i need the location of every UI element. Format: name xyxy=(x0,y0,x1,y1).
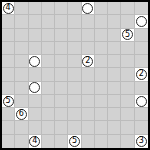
cell-r9c6[interactable] xyxy=(82,121,95,134)
cell-r8c10[interactable] xyxy=(135,108,148,121)
cell-r7c0[interactable]: 5 xyxy=(2,95,15,108)
cell-r5c4[interactable] xyxy=(55,68,68,81)
puzzle-screenshot: 452256453 xyxy=(0,0,150,150)
cell-r2c10[interactable] xyxy=(135,29,148,42)
cell-r1c4[interactable] xyxy=(55,15,68,28)
cell-r2c6[interactable] xyxy=(82,29,95,42)
clue-circle-empty xyxy=(29,56,40,67)
cell-r5c0[interactable] xyxy=(2,68,15,81)
cell-r9c7[interactable] xyxy=(95,121,108,134)
cell-r8c5[interactable] xyxy=(68,108,81,121)
cell-r1c1[interactable] xyxy=(15,15,28,28)
cell-r10c9[interactable] xyxy=(121,135,134,148)
clue-circle-number: 4 xyxy=(29,136,40,147)
cell-r0c10[interactable] xyxy=(135,2,148,15)
cell-r3c8[interactable] xyxy=(108,42,121,55)
cell-r6c1[interactable] xyxy=(15,82,28,95)
cell-r2c1[interactable] xyxy=(15,29,28,42)
cell-r2c3[interactable] xyxy=(42,29,55,42)
cell-r8c2[interactable] xyxy=(29,108,42,121)
cell-r10c10[interactable]: 3 xyxy=(135,135,148,148)
cell-r4c4[interactable] xyxy=(55,55,68,68)
cell-r6c0[interactable] xyxy=(2,82,15,95)
clue-circle-number: 5 xyxy=(122,29,133,40)
cell-r1c5[interactable] xyxy=(68,15,81,28)
cell-r0c4[interactable] xyxy=(55,2,68,15)
cell-r5c1[interactable] xyxy=(15,68,28,81)
cell-r8c0[interactable] xyxy=(2,108,15,121)
cell-r4c8[interactable] xyxy=(108,55,121,68)
cell-r7c1[interactable] xyxy=(15,95,28,108)
cell-r1c8[interactable] xyxy=(108,15,121,28)
cell-r10c8[interactable] xyxy=(108,135,121,148)
clue-circle-number: 3 xyxy=(136,136,147,147)
cell-r2c8[interactable] xyxy=(108,29,121,42)
cell-r0c7[interactable] xyxy=(95,2,108,15)
cell-r3c3[interactable] xyxy=(42,42,55,55)
cell-r9c9[interactable] xyxy=(121,121,134,134)
clue-circle-number: 5 xyxy=(3,96,14,107)
cell-r9c2[interactable] xyxy=(29,121,42,134)
cell-r4c10[interactable] xyxy=(135,55,148,68)
cell-r0c5[interactable] xyxy=(68,2,81,15)
cell-r8c9[interactable] xyxy=(121,108,134,121)
clue-circle-empty xyxy=(29,82,40,93)
cell-r10c6[interactable] xyxy=(82,135,95,148)
cell-r3c10[interactable] xyxy=(135,42,148,55)
cell-r3c2[interactable] xyxy=(29,42,42,55)
cell-r9c8[interactable] xyxy=(108,121,121,134)
cell-r2c7[interactable] xyxy=(95,29,108,42)
cell-r8c8[interactable] xyxy=(108,108,121,121)
cell-r0c9[interactable] xyxy=(121,2,134,15)
cell-r6c10[interactable] xyxy=(135,82,148,95)
cell-r1c0[interactable] xyxy=(2,15,15,28)
clue-circle-number: 6 xyxy=(16,109,27,120)
cell-r3c4[interactable] xyxy=(55,42,68,55)
cell-r6c7[interactable] xyxy=(95,82,108,95)
cell-r3c0[interactable] xyxy=(2,42,15,55)
cell-r5c5[interactable] xyxy=(68,68,81,81)
cell-r7c7[interactable] xyxy=(95,95,108,108)
cell-r2c9[interactable]: 5 xyxy=(121,29,134,42)
cell-r6c9[interactable] xyxy=(121,82,134,95)
cell-r0c6[interactable] xyxy=(82,2,95,15)
clue-circle-number: 2 xyxy=(136,69,147,80)
cell-r3c1[interactable] xyxy=(15,42,28,55)
cell-r1c3[interactable] xyxy=(42,15,55,28)
cell-r1c6[interactable] xyxy=(82,15,95,28)
cell-r0c8[interactable] xyxy=(108,2,121,15)
cell-r5c3[interactable] xyxy=(42,68,55,81)
cell-r5c7[interactable] xyxy=(95,68,108,81)
cell-r10c2[interactable]: 4 xyxy=(29,135,42,148)
cell-r10c0[interactable] xyxy=(2,135,15,148)
cell-r1c7[interactable] xyxy=(95,15,108,28)
cell-r9c10[interactable] xyxy=(135,121,148,134)
cell-r4c0[interactable] xyxy=(2,55,15,68)
cell-r2c4[interactable] xyxy=(55,29,68,42)
cell-r6c5[interactable] xyxy=(68,82,81,95)
cell-r10c4[interactable] xyxy=(55,135,68,148)
cell-r9c5[interactable] xyxy=(68,121,81,134)
cell-r5c6[interactable] xyxy=(82,68,95,81)
cell-r10c7[interactable] xyxy=(95,135,108,148)
clue-circle-empty xyxy=(136,96,147,107)
cell-r4c3[interactable] xyxy=(42,55,55,68)
cell-r1c9[interactable] xyxy=(121,15,134,28)
cell-r5c9[interactable] xyxy=(121,68,134,81)
cell-r9c4[interactable] xyxy=(55,121,68,134)
cell-r4c1[interactable] xyxy=(15,55,28,68)
cell-r7c9[interactable] xyxy=(121,95,134,108)
clue-circle-number: 5 xyxy=(69,136,80,147)
cell-r8c1[interactable]: 6 xyxy=(15,108,28,121)
cell-r4c5[interactable] xyxy=(68,55,81,68)
cell-r10c1[interactable] xyxy=(15,135,28,148)
cell-r8c7[interactable] xyxy=(95,108,108,121)
clue-circle-number: 2 xyxy=(82,56,93,67)
cell-r1c2[interactable] xyxy=(29,15,42,28)
clue-circle-empty xyxy=(82,3,93,14)
cell-r5c10[interactable]: 2 xyxy=(135,68,148,81)
cell-r5c2[interactable] xyxy=(29,68,42,81)
cell-r10c5[interactable]: 5 xyxy=(68,135,81,148)
cell-r8c3[interactable] xyxy=(42,108,55,121)
cell-r5c8[interactable] xyxy=(108,68,121,81)
cell-r7c6[interactable] xyxy=(82,95,95,108)
cell-r7c5[interactable] xyxy=(68,95,81,108)
cell-r9c1[interactable] xyxy=(15,121,28,134)
clue-circle-number: 4 xyxy=(3,3,14,14)
cell-r1c10[interactable] xyxy=(135,15,148,28)
clue-circle-empty xyxy=(136,16,147,27)
cell-r7c8[interactable] xyxy=(108,95,121,108)
cell-r3c9[interactable] xyxy=(121,42,134,55)
cell-r0c0[interactable]: 4 xyxy=(2,2,15,15)
cell-r0c3[interactable] xyxy=(42,2,55,15)
cell-r0c1[interactable] xyxy=(15,2,28,15)
cell-r4c2[interactable] xyxy=(29,55,42,68)
cell-r6c6[interactable] xyxy=(82,82,95,95)
cell-r3c5[interactable] xyxy=(68,42,81,55)
cell-r2c2[interactable] xyxy=(29,29,42,42)
cell-r4c6[interactable]: 2 xyxy=(82,55,95,68)
cell-r8c4[interactable] xyxy=(55,108,68,121)
cell-r6c2[interactable] xyxy=(29,82,42,95)
cell-r10c3[interactable] xyxy=(42,135,55,148)
cell-r9c0[interactable] xyxy=(2,121,15,134)
puzzle-board: 452256453 xyxy=(0,0,150,150)
cell-r7c4[interactable] xyxy=(55,95,68,108)
cell-r9c3[interactable] xyxy=(42,121,55,134)
cell-r4c7[interactable] xyxy=(95,55,108,68)
cell-r3c7[interactable] xyxy=(95,42,108,55)
cell-r7c3[interactable] xyxy=(42,95,55,108)
cell-r7c2[interactable] xyxy=(29,95,42,108)
cell-r7c10[interactable] xyxy=(135,95,148,108)
cell-r3c6[interactable] xyxy=(82,42,95,55)
cell-r6c8[interactable] xyxy=(108,82,121,95)
cell-r2c5[interactable] xyxy=(68,29,81,42)
cell-r6c3[interactable] xyxy=(42,82,55,95)
cell-r0c2[interactable] xyxy=(29,2,42,15)
cell-r6c4[interactable] xyxy=(55,82,68,95)
cell-r2c0[interactable] xyxy=(2,29,15,42)
cell-r8c6[interactable] xyxy=(82,108,95,121)
cell-r4c9[interactable] xyxy=(121,55,134,68)
